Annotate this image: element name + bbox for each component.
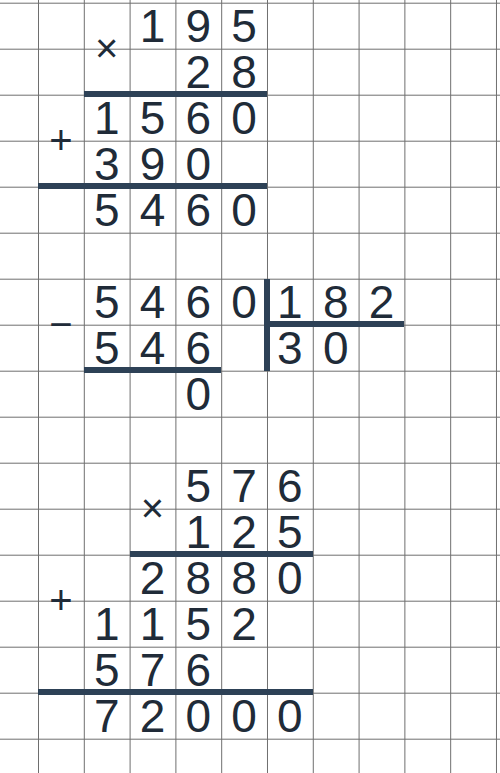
grid-digit: 5 — [221, 3, 267, 49]
grid-digit: 5 — [175, 601, 221, 647]
grid-digit: 5 — [84, 279, 130, 325]
grid-digit: 6 — [175, 325, 221, 371]
grid-digit: 0 — [267, 693, 313, 739]
grid-digit: 5 — [84, 325, 130, 371]
grid-digit: 8 — [313, 279, 359, 325]
grid-digit: 6 — [175, 95, 221, 141]
grid-digit: 5 — [267, 509, 313, 555]
grid-digit: 7 — [221, 463, 267, 509]
rule-bar — [38, 689, 313, 695]
grid-digit: 8 — [175, 555, 221, 601]
grid-digit: 0 — [175, 693, 221, 739]
grid-digit: 6 — [175, 647, 221, 693]
rule-bar — [267, 321, 404, 327]
grid-digit: 7 — [84, 693, 130, 739]
squared-paper-worksheet: 1952815603905460546018254630057612528801… — [0, 0, 500, 773]
grid-digit: 0 — [221, 187, 267, 233]
grid-digit: 4 — [130, 279, 176, 325]
grid-digit: 1 — [175, 509, 221, 555]
rule-bar — [38, 183, 267, 189]
grid-digit: 1 — [130, 601, 176, 647]
grid-digit: 9 — [130, 141, 176, 187]
grid-digit: 0 — [221, 279, 267, 325]
grid-digit: 6 — [175, 279, 221, 325]
grid-digit: 2 — [175, 49, 221, 95]
grid-digit: 2 — [221, 509, 267, 555]
grid-digit: 0 — [175, 371, 221, 417]
grid-digit: 3 — [84, 141, 130, 187]
grid-digit: 4 — [130, 187, 176, 233]
division-bracket-vertical — [264, 279, 270, 371]
grid-digit: 1 — [267, 279, 313, 325]
grid-digit: 2 — [359, 279, 405, 325]
grid-digit: 1 — [130, 3, 176, 49]
multiply-sign: × — [141, 488, 164, 528]
grid-digit: 0 — [221, 693, 267, 739]
grid-digit: 0 — [267, 555, 313, 601]
minus-sign: − — [49, 304, 72, 344]
grid-digit: 5 — [130, 95, 176, 141]
grid-digit: 2 — [130, 555, 176, 601]
grid-digit: 2 — [221, 601, 267, 647]
grid-digit: 1 — [84, 95, 130, 141]
grid-digit: 8 — [221, 555, 267, 601]
grid-digit: 5 — [84, 187, 130, 233]
rule-bar — [84, 367, 221, 373]
grid-digit: 0 — [313, 325, 359, 371]
grid-digit: 4 — [130, 325, 176, 371]
plus-sign: + — [49, 580, 72, 620]
grid-digit: 1 — [84, 601, 130, 647]
grid-digit: 8 — [221, 49, 267, 95]
rule-bar — [84, 91, 267, 97]
grid-digit: 5 — [175, 463, 221, 509]
plus-sign: + — [49, 120, 72, 160]
multiply-sign: × — [95, 28, 118, 68]
grid-digit: 2 — [130, 693, 176, 739]
grid-digit: 9 — [175, 3, 221, 49]
grid-digit: 7 — [130, 647, 176, 693]
grid-digit: 6 — [267, 463, 313, 509]
grid-digit: 6 — [175, 187, 221, 233]
rule-bar — [130, 551, 313, 557]
grid-digit: 5 — [84, 647, 130, 693]
grid-digit: 0 — [175, 141, 221, 187]
grid-digit: 0 — [221, 95, 267, 141]
grid-digit: 3 — [267, 325, 313, 371]
